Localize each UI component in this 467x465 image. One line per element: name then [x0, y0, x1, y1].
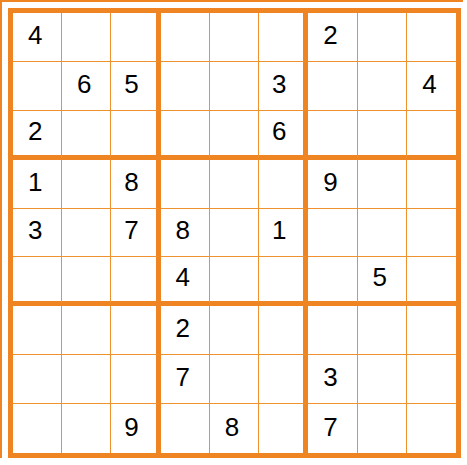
- sudoku-cell-r6c8[interactable]: 5: [358, 257, 407, 306]
- sudoku-cell-r5c1[interactable]: 3: [13, 209, 62, 258]
- sudoku-cell-r3c8[interactable]: [358, 111, 407, 160]
- sudoku-cell-r2c2[interactable]: 6: [62, 62, 111, 111]
- given-digit: 6: [272, 118, 286, 144]
- sudoku-cell-r5c3[interactable]: 7: [111, 209, 160, 258]
- given-digit: 3: [28, 217, 42, 243]
- sudoku-cell-r5c6[interactable]: 1: [259, 209, 308, 258]
- sudoku-cell-r4c1[interactable]: 1: [13, 160, 62, 209]
- sudoku-cell-r7c7[interactable]: [308, 306, 357, 355]
- sudoku-cell-r6c7[interactable]: [308, 257, 357, 306]
- given-digit: 7: [124, 217, 138, 243]
- sudoku-cell-r7c8[interactable]: [358, 306, 407, 355]
- sudoku-cell-r1c7[interactable]: 2: [308, 13, 357, 62]
- sudoku-cell-r5c2[interactable]: [62, 209, 111, 258]
- sudoku-cell-r7c5[interactable]: [210, 306, 259, 355]
- given-digit: 6: [77, 71, 91, 97]
- sudoku-cell-r5c8[interactable]: [358, 209, 407, 258]
- given-digit: 8: [225, 414, 239, 440]
- sudoku-cell-r8c4[interactable]: 7: [161, 355, 210, 404]
- given-digit: 4: [422, 71, 436, 97]
- sudoku-cell-r7c1[interactable]: [13, 306, 62, 355]
- sudoku-cell-r7c3[interactable]: [111, 306, 160, 355]
- sudoku-cell-r7c9[interactable]: [407, 306, 456, 355]
- sudoku-cell-r8c5[interactable]: [210, 355, 259, 404]
- sudoku-cell-r2c6[interactable]: 3: [259, 62, 308, 111]
- sudoku-cell-r9c6[interactable]: [259, 404, 308, 453]
- given-digit: 4: [176, 264, 190, 290]
- sudoku-board: 42653426189378145273987: [8, 8, 461, 458]
- sudoku-cell-r1c9[interactable]: [407, 13, 456, 62]
- cropped-outer-table-top-border: [0, 0, 463, 2]
- sudoku-cell-r8c1[interactable]: [13, 355, 62, 404]
- sudoku-cell-r4c4[interactable]: [161, 160, 210, 209]
- sudoku-cell-r9c8[interactable]: [358, 404, 407, 453]
- sudoku-cell-r8c3[interactable]: [111, 355, 160, 404]
- sudoku-cell-r3c5[interactable]: [210, 111, 259, 160]
- given-digit: 8: [124, 169, 138, 195]
- sudoku-cell-r4c9[interactable]: [407, 160, 456, 209]
- sudoku-cell-r9c4[interactable]: [161, 404, 210, 453]
- sudoku-cell-r8c9[interactable]: [407, 355, 456, 404]
- sudoku-cell-r6c9[interactable]: [407, 257, 456, 306]
- sudoku-cell-r1c1[interactable]: 4: [13, 13, 62, 62]
- sudoku-cell-r1c5[interactable]: [210, 13, 259, 62]
- given-digit: 1: [272, 217, 286, 243]
- sudoku-cell-r5c4[interactable]: 8: [161, 209, 210, 258]
- given-digit: 5: [124, 71, 138, 97]
- sudoku-cell-r1c6[interactable]: [259, 13, 308, 62]
- sudoku-cell-r6c4[interactable]: 4: [161, 257, 210, 306]
- sudoku-cell-r1c8[interactable]: [358, 13, 407, 62]
- given-digit: 3: [272, 71, 286, 97]
- given-digit: 3: [323, 364, 337, 390]
- sudoku-cell-r1c4[interactable]: [161, 13, 210, 62]
- sudoku-cell-r9c1[interactable]: [13, 404, 62, 453]
- given-digit: 2: [323, 22, 337, 48]
- sudoku-cell-r6c3[interactable]: [111, 257, 160, 306]
- sudoku-cell-r2c9[interactable]: 4: [407, 62, 456, 111]
- sudoku-cell-r9c9[interactable]: [407, 404, 456, 453]
- sudoku-cell-r8c7[interactable]: 3: [308, 355, 357, 404]
- sudoku-cell-r2c5[interactable]: [210, 62, 259, 111]
- sudoku-cell-r3c7[interactable]: [308, 111, 357, 160]
- sudoku-cell-r9c7[interactable]: 7: [308, 404, 357, 453]
- sudoku-cell-r6c6[interactable]: [259, 257, 308, 306]
- sudoku-cell-r9c2[interactable]: [62, 404, 111, 453]
- sudoku-cell-r4c5[interactable]: [210, 160, 259, 209]
- sudoku-cell-r5c9[interactable]: [407, 209, 456, 258]
- sudoku-cell-r2c8[interactable]: [358, 62, 407, 111]
- given-digit: 1: [28, 169, 42, 195]
- sudoku-cell-r3c3[interactable]: [111, 111, 160, 160]
- sudoku-cell-r5c5[interactable]: [210, 209, 259, 258]
- sudoku-cell-r3c9[interactable]: [407, 111, 456, 160]
- sudoku-cell-r8c2[interactable]: [62, 355, 111, 404]
- given-digit: 9: [323, 169, 337, 195]
- sudoku-cell-r8c8[interactable]: [358, 355, 407, 404]
- sudoku-cell-r7c2[interactable]: [62, 306, 111, 355]
- given-digit: 8: [176, 217, 190, 243]
- sudoku-cell-r2c4[interactable]: [161, 62, 210, 111]
- sudoku-cell-r2c3[interactable]: 5: [111, 62, 160, 111]
- given-digit: 2: [176, 315, 190, 341]
- sudoku-cell-r7c6[interactable]: [259, 306, 308, 355]
- sudoku-cell-r3c2[interactable]: [62, 111, 111, 160]
- sudoku-cell-r3c1[interactable]: 2: [13, 111, 62, 160]
- sudoku-cell-r3c6[interactable]: 6: [259, 111, 308, 160]
- sudoku-cell-r6c2[interactable]: [62, 257, 111, 306]
- sudoku-cell-r8c6[interactable]: [259, 355, 308, 404]
- sudoku-cell-r6c5[interactable]: [210, 257, 259, 306]
- sudoku-cell-r6c1[interactable]: [13, 257, 62, 306]
- sudoku-cell-r1c3[interactable]: [111, 13, 160, 62]
- sudoku-cell-r2c1[interactable]: [13, 62, 62, 111]
- cropped-outer-table-left-border: [0, 0, 2, 458]
- sudoku-cell-r4c6[interactable]: [259, 160, 308, 209]
- sudoku-cell-r9c5[interactable]: 8: [210, 404, 259, 453]
- given-digit: 9: [124, 414, 138, 440]
- given-digit: 2: [28, 118, 42, 144]
- sudoku-cell-r1c2[interactable]: [62, 13, 111, 62]
- sudoku-cell-r9c3[interactable]: 9: [111, 404, 160, 453]
- given-digit: 4: [28, 22, 42, 48]
- sudoku-cell-r4c8[interactable]: [358, 160, 407, 209]
- sudoku-cell-r4c2[interactable]: [62, 160, 111, 209]
- given-digit: 7: [323, 414, 337, 440]
- given-digit: 5: [372, 264, 386, 290]
- sudoku-cell-r5c7[interactable]: [308, 209, 357, 258]
- sudoku-cell-r2c7[interactable]: [308, 62, 357, 111]
- sudoku-cell-r4c3[interactable]: 8: [111, 160, 160, 209]
- sudoku-cell-r7c4[interactable]: 2: [161, 306, 210, 355]
- sudoku-cell-r3c4[interactable]: [161, 111, 210, 160]
- given-digit: 7: [176, 364, 190, 390]
- sudoku-cell-r4c7[interactable]: 9: [308, 160, 357, 209]
